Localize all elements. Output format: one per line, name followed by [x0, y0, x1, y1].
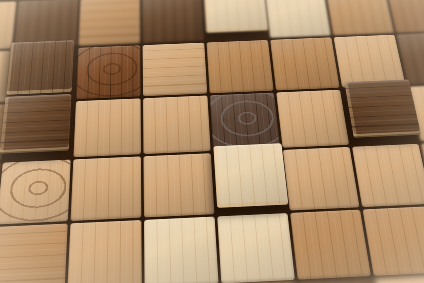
wood-tile-r1c4 [207, 39, 274, 92]
wood-tile-r2c1 [0, 93, 71, 153]
mosaic-board [0, 0, 424, 283]
wood-tile-r2c3 [143, 95, 211, 154]
wood-tile-r1c2 [76, 45, 141, 99]
wood-tile-r0c4 [203, 0, 268, 32]
wood-tile-r2c4 [210, 92, 280, 150]
wood-tile-r3c1 [0, 159, 71, 224]
wood-tile-r0c5 [265, 0, 331, 38]
wood-tile-r2c5 [276, 89, 349, 147]
wood-tile-r1c3 [143, 42, 208, 96]
wood-tile-r2c2 [73, 98, 141, 157]
wood-tile-r3c4 [213, 143, 288, 208]
wood-tile-r3c3 [143, 153, 214, 217]
board-perspective-wrap [0, 0, 424, 283]
wood-tile-r4c6 [363, 206, 424, 276]
wood-tile-r0c6 [325, 0, 394, 35]
wood-tile-r3c6 [352, 143, 424, 206]
wood-tile-r5c6 [374, 274, 424, 283]
wood-tile-r1c5 [270, 37, 339, 90]
wood-tile-r1c6 [334, 34, 406, 87]
wood-mosaic-photo [0, 0, 424, 283]
wood-tile-r4c1 [0, 223, 68, 283]
wood-tile-r3c2 [71, 156, 142, 221]
wood-tile-r3c5 [283, 146, 360, 210]
wood-tile-r2c6 [344, 79, 421, 137]
wood-tile-r0c2 [78, 0, 140, 45]
wood-tile-r4c5 [290, 209, 371, 279]
wood-tile-r0c3 [142, 0, 204, 43]
wood-tile-r4c2 [67, 220, 141, 283]
wood-tile-r4c3 [144, 216, 219, 283]
wood-tile-r1c1 [6, 40, 74, 95]
wood-tile-r4c4 [217, 213, 295, 283]
